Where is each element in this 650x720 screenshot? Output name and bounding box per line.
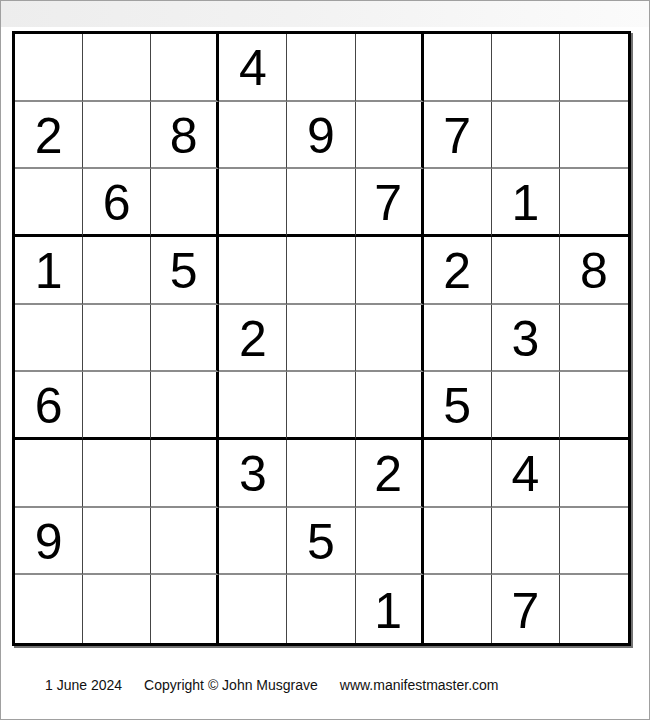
sudoku-cell-empty[interactable] <box>356 372 424 440</box>
sudoku-cell-empty[interactable] <box>492 237 560 305</box>
sudoku-cell-given[interactable]: 7 <box>356 169 424 237</box>
sudoku-cell-given[interactable]: 9 <box>15 508 83 576</box>
sudoku-cell-empty[interactable] <box>15 575 83 643</box>
sudoku-cell-empty[interactable] <box>356 102 424 170</box>
sudoku-cell-empty[interactable] <box>219 102 287 170</box>
sudoku-cell-empty[interactable] <box>424 169 492 237</box>
sudoku-cell-empty[interactable] <box>287 169 355 237</box>
sudoku-cell-given[interactable]: 3 <box>219 440 287 508</box>
sudoku-cell-empty[interactable] <box>492 34 560 102</box>
sudoku-cell-empty[interactable] <box>287 305 355 373</box>
sudoku-cell-empty[interactable] <box>83 34 151 102</box>
sudoku-cell-given[interactable]: 5 <box>287 508 355 576</box>
sudoku-cell-empty[interactable] <box>356 237 424 305</box>
sudoku-board: 42897671152823653249517 <box>12 31 631 646</box>
sudoku-cell-given[interactable]: 7 <box>424 102 492 170</box>
sudoku-cell-empty[interactable] <box>15 34 83 102</box>
sudoku-cell-given[interactable]: 1 <box>15 237 83 305</box>
sudoku-cell-empty[interactable] <box>424 575 492 643</box>
sudoku-cell-empty[interactable] <box>83 102 151 170</box>
sudoku-cell-empty[interactable] <box>560 305 628 373</box>
sudoku-cell-empty[interactable] <box>83 305 151 373</box>
sudoku-cell-empty[interactable] <box>287 575 355 643</box>
sudoku-cell-given[interactable]: 8 <box>151 102 219 170</box>
sudoku-cell-given[interactable]: 6 <box>83 169 151 237</box>
sudoku-cell-given[interactable]: 4 <box>219 34 287 102</box>
sudoku-cell-empty[interactable] <box>151 440 219 508</box>
sudoku-cell-given[interactable]: 2 <box>356 440 424 508</box>
sudoku-cell-empty[interactable] <box>287 34 355 102</box>
sudoku-cell-given[interactable]: 7 <box>492 575 560 643</box>
sudoku-cell-given[interactable]: 3 <box>492 305 560 373</box>
sudoku-cell-empty[interactable] <box>219 575 287 643</box>
sudoku-cell-given[interactable]: 8 <box>560 237 628 305</box>
sudoku-cell-empty[interactable] <box>356 305 424 373</box>
sudoku-cell-empty[interactable] <box>15 169 83 237</box>
sudoku-cell-empty[interactable] <box>151 169 219 237</box>
sudoku-cell-given[interactable]: 2 <box>424 237 492 305</box>
sudoku-cell-given[interactable]: 1 <box>492 169 560 237</box>
sudoku-cell-empty[interactable] <box>560 508 628 576</box>
sudoku-cell-empty[interactable] <box>151 305 219 373</box>
sudoku-cell-empty[interactable] <box>15 440 83 508</box>
sudoku-cell-empty[interactable] <box>287 372 355 440</box>
sudoku-cell-empty[interactable] <box>356 508 424 576</box>
sudoku-cell-empty[interactable] <box>151 508 219 576</box>
sudoku-cell-empty[interactable] <box>287 237 355 305</box>
sudoku-cell-given[interactable]: 1 <box>356 575 424 643</box>
sudoku-cell-empty[interactable] <box>560 372 628 440</box>
footer: 1 June 2024Copyright © John Musgravewww.… <box>45 677 499 693</box>
sudoku-cell-given[interactable]: 4 <box>492 440 560 508</box>
sudoku-cell-empty[interactable] <box>83 372 151 440</box>
sudoku-cell-empty[interactable] <box>560 34 628 102</box>
sudoku-cell-empty[interactable] <box>219 237 287 305</box>
puzzle-page: 42897671152823653249517 1 June 2024Copyr… <box>0 0 650 720</box>
footer-date: 1 June 2024 <box>45 677 122 693</box>
sudoku-cell-empty[interactable] <box>356 34 424 102</box>
sudoku-cell-empty[interactable] <box>492 508 560 576</box>
sudoku-cell-given[interactable]: 2 <box>15 102 83 170</box>
sudoku-cell-empty[interactable] <box>560 575 628 643</box>
top-gradient-band <box>1 1 649 27</box>
sudoku-cell-empty[interactable] <box>219 508 287 576</box>
sudoku-cell-empty[interactable] <box>560 440 628 508</box>
sudoku-cell-empty[interactable] <box>83 508 151 576</box>
sudoku-cell-given[interactable]: 9 <box>287 102 355 170</box>
sudoku-cell-given[interactable]: 2 <box>219 305 287 373</box>
sudoku-cell-empty[interactable] <box>492 372 560 440</box>
sudoku-cell-empty[interactable] <box>151 575 219 643</box>
sudoku-cell-empty[interactable] <box>424 440 492 508</box>
sudoku-cell-empty[interactable] <box>219 169 287 237</box>
sudoku-cell-given[interactable]: 5 <box>424 372 492 440</box>
sudoku-cell-empty[interactable] <box>560 102 628 170</box>
sudoku-cell-empty[interactable] <box>83 575 151 643</box>
sudoku-cell-empty[interactable] <box>560 169 628 237</box>
sudoku-cell-empty[interactable] <box>424 508 492 576</box>
sudoku-cell-empty[interactable] <box>15 305 83 373</box>
sudoku-cell-empty[interactable] <box>287 440 355 508</box>
sudoku-cell-empty[interactable] <box>492 102 560 170</box>
sudoku-cell-empty[interactable] <box>151 372 219 440</box>
footer-copyright: Copyright © John Musgrave <box>144 677 318 693</box>
sudoku-cell-empty[interactable] <box>219 372 287 440</box>
sudoku-cell-given[interactable]: 5 <box>151 237 219 305</box>
sudoku-cell-empty[interactable] <box>151 34 219 102</box>
footer-website: www.manifestmaster.com <box>340 677 499 693</box>
sudoku-cell-empty[interactable] <box>83 440 151 508</box>
sudoku-cell-empty[interactable] <box>424 305 492 373</box>
sudoku-cell-empty[interactable] <box>83 237 151 305</box>
sudoku-cell-empty[interactable] <box>424 34 492 102</box>
sudoku-cell-given[interactable]: 6 <box>15 372 83 440</box>
